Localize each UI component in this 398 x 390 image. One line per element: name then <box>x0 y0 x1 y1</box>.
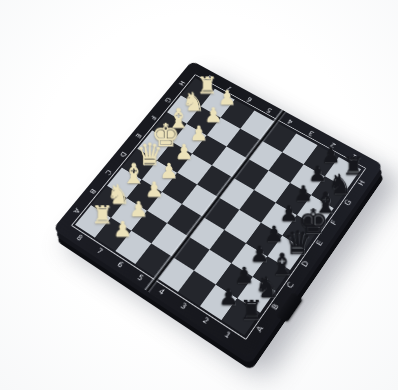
black-rook[interactable]: ♜ <box>238 297 266 324</box>
board-top-face: 87654321 87654321 ABCDEFGH ABCDEFGH ♜♞♝♛… <box>53 61 383 359</box>
board-grid: ♜♞♝♛♚♝♞♜♟♟♟♟♟♟♟♟♟♟♟♟♟♟♟♟♜♞♝♛♚♝♞♜ <box>75 78 361 335</box>
square-a8[interactable]: ♜ <box>75 205 111 237</box>
white-pawn[interactable]: ♟ <box>109 219 135 240</box>
photo-scene: 87654321 87654321 ABCDEFGH ABCDEFGH ♜♞♝♛… <box>0 0 398 390</box>
chess-board-assembly: 87654321 87654321 ABCDEFGH ABCDEFGH ♜♞♝♛… <box>53 61 383 359</box>
